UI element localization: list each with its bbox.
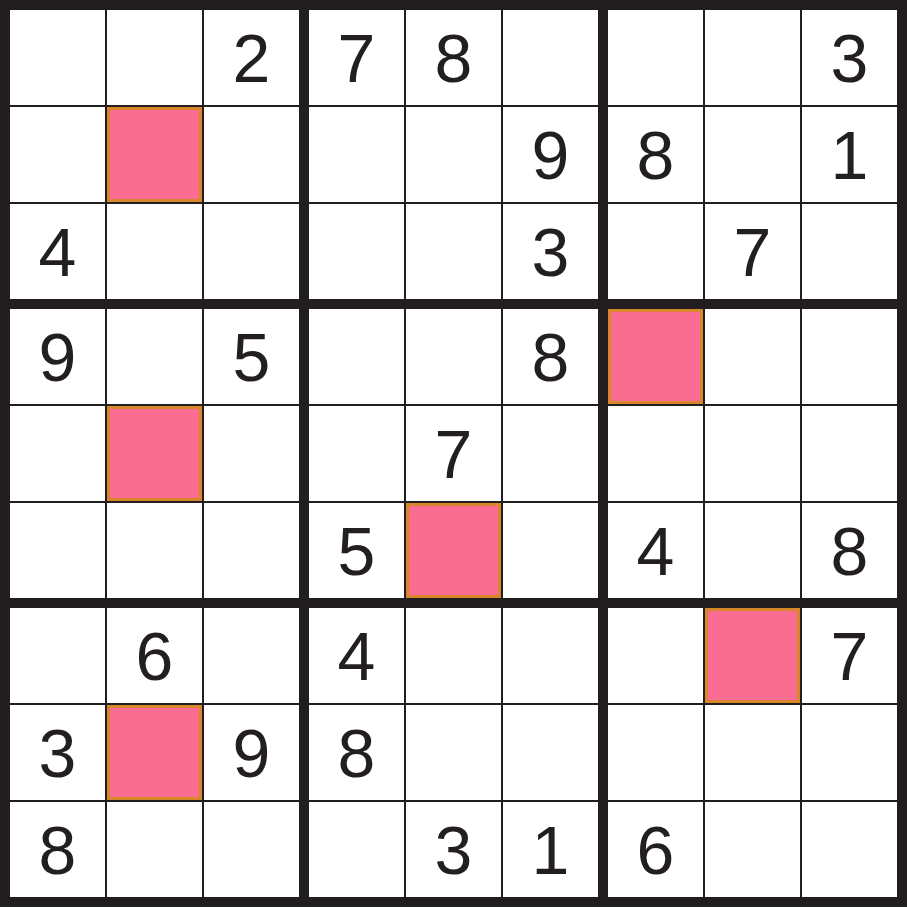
sudoku-cell-r2c4[interactable]	[309, 107, 404, 202]
sudoku-cell-r4c9[interactable]	[802, 309, 897, 404]
sudoku-cell-r5c3[interactable]	[204, 406, 299, 501]
sudoku-cell-r5c9[interactable]	[802, 406, 897, 501]
sudoku-cell-r1c5: 8	[406, 10, 501, 105]
sudoku-cell-r8c1: 3	[10, 705, 105, 800]
sudoku-cell-r7c1[interactable]	[10, 608, 105, 703]
sudoku-box-9: 76	[608, 608, 897, 897]
sudoku-cell-r7c2: 6	[107, 608, 202, 703]
sudoku-box-1: 24	[10, 10, 299, 299]
sudoku-box-8: 4831	[309, 608, 598, 897]
sudoku-cell-r6c5[interactable]	[406, 503, 501, 598]
sudoku-cell-r5c7[interactable]	[608, 406, 703, 501]
sudoku-cell-r6c3[interactable]	[204, 503, 299, 598]
sudoku-box-7: 6398	[10, 608, 299, 897]
sudoku-cell-r6c2[interactable]	[107, 503, 202, 598]
sudoku-cell-r4c1: 9	[10, 309, 105, 404]
sudoku-cell-r6c6[interactable]	[503, 503, 598, 598]
sudoku-cell-r9c2[interactable]	[107, 802, 202, 897]
sudoku-cell-r2c7: 8	[608, 107, 703, 202]
sudoku-cell-r4c2[interactable]	[107, 309, 202, 404]
sudoku-cell-r7c7[interactable]	[608, 608, 703, 703]
sudoku-cell-r1c4: 7	[309, 10, 404, 105]
sudoku-cell-r1c1[interactable]	[10, 10, 105, 105]
sudoku-cell-r3c6: 3	[503, 204, 598, 299]
sudoku-cell-r1c7[interactable]	[608, 10, 703, 105]
sudoku-cell-r7c3[interactable]	[204, 608, 299, 703]
sudoku-cell-r3c8: 7	[705, 204, 800, 299]
sudoku-cell-r9c8[interactable]	[705, 802, 800, 897]
sudoku-cell-r9c3[interactable]	[204, 802, 299, 897]
sudoku-cell-r1c6[interactable]	[503, 10, 598, 105]
sudoku-cell-r2c9: 1	[802, 107, 897, 202]
sudoku-cell-r8c5[interactable]	[406, 705, 501, 800]
sudoku-cell-r7c8[interactable]	[705, 608, 800, 703]
sudoku-cell-r4c5[interactable]	[406, 309, 501, 404]
sudoku-cell-r3c4[interactable]	[309, 204, 404, 299]
sudoku-box-5: 875	[309, 309, 598, 598]
sudoku-cell-r8c3: 9	[204, 705, 299, 800]
sudoku-cell-r3c9[interactable]	[802, 204, 897, 299]
sudoku-cell-r9c5: 3	[406, 802, 501, 897]
sudoku-cell-r3c1: 4	[10, 204, 105, 299]
sudoku-cell-r4c6: 8	[503, 309, 598, 404]
sudoku-cell-r2c1[interactable]	[10, 107, 105, 202]
sudoku-cell-r3c2[interactable]	[107, 204, 202, 299]
sudoku-cell-r9c4[interactable]	[309, 802, 404, 897]
sudoku-cell-r3c3[interactable]	[204, 204, 299, 299]
sudoku-cell-r9c6: 1	[503, 802, 598, 897]
sudoku-cell-r5c5: 7	[406, 406, 501, 501]
sudoku-cell-r8c4: 8	[309, 705, 404, 800]
sudoku-cell-r5c4[interactable]	[309, 406, 404, 501]
sudoku-cell-r2c2[interactable]	[107, 107, 202, 202]
sudoku-cell-r8c2[interactable]	[107, 705, 202, 800]
sudoku-cell-r5c8[interactable]	[705, 406, 800, 501]
sudoku-cell-r4c4[interactable]	[309, 309, 404, 404]
sudoku-cell-r5c2[interactable]	[107, 406, 202, 501]
sudoku-cell-r6c8[interactable]	[705, 503, 800, 598]
sudoku-box-4: 95	[10, 309, 299, 598]
sudoku-cell-r6c7: 4	[608, 503, 703, 598]
sudoku-cell-r8c7[interactable]	[608, 705, 703, 800]
sudoku-cell-r7c6[interactable]	[503, 608, 598, 703]
sudoku-cell-r5c1[interactable]	[10, 406, 105, 501]
sudoku-cell-r7c4: 4	[309, 608, 404, 703]
sudoku-cell-r6c1[interactable]	[10, 503, 105, 598]
sudoku-cell-r8c8[interactable]	[705, 705, 800, 800]
sudoku-cell-r6c9: 8	[802, 503, 897, 598]
sudoku-cell-r3c7[interactable]	[608, 204, 703, 299]
sudoku-cell-r1c2[interactable]	[107, 10, 202, 105]
sudoku-cell-r8c9[interactable]	[802, 705, 897, 800]
sudoku-cell-r7c5[interactable]	[406, 608, 501, 703]
sudoku-cell-r2c6: 9	[503, 107, 598, 202]
sudoku-cell-r7c9: 7	[802, 608, 897, 703]
sudoku-cell-r3c5[interactable]	[406, 204, 501, 299]
sudoku-cell-r2c8[interactable]	[705, 107, 800, 202]
sudoku-cell-r1c8[interactable]	[705, 10, 800, 105]
sudoku-cell-r9c7: 6	[608, 802, 703, 897]
sudoku-cell-r9c9[interactable]	[802, 802, 897, 897]
sudoku-cell-r4c3: 5	[204, 309, 299, 404]
sudoku-cell-r1c9: 3	[802, 10, 897, 105]
sudoku-box-6: 48	[608, 309, 897, 598]
sudoku-cell-r9c1: 8	[10, 802, 105, 897]
sudoku-board: 247893381795875486398483176	[0, 0, 907, 907]
sudoku-cell-r5c6[interactable]	[503, 406, 598, 501]
sudoku-cell-r2c5[interactable]	[406, 107, 501, 202]
sudoku-box-3: 3817	[608, 10, 897, 299]
sudoku-box-2: 7893	[309, 10, 598, 299]
sudoku-cell-r2c3[interactable]	[204, 107, 299, 202]
sudoku-cell-r6c4: 5	[309, 503, 404, 598]
sudoku-cell-r1c3: 2	[204, 10, 299, 105]
sudoku-cell-r4c7[interactable]	[608, 309, 703, 404]
sudoku-cell-r4c8[interactable]	[705, 309, 800, 404]
sudoku-cell-r8c6[interactable]	[503, 705, 598, 800]
